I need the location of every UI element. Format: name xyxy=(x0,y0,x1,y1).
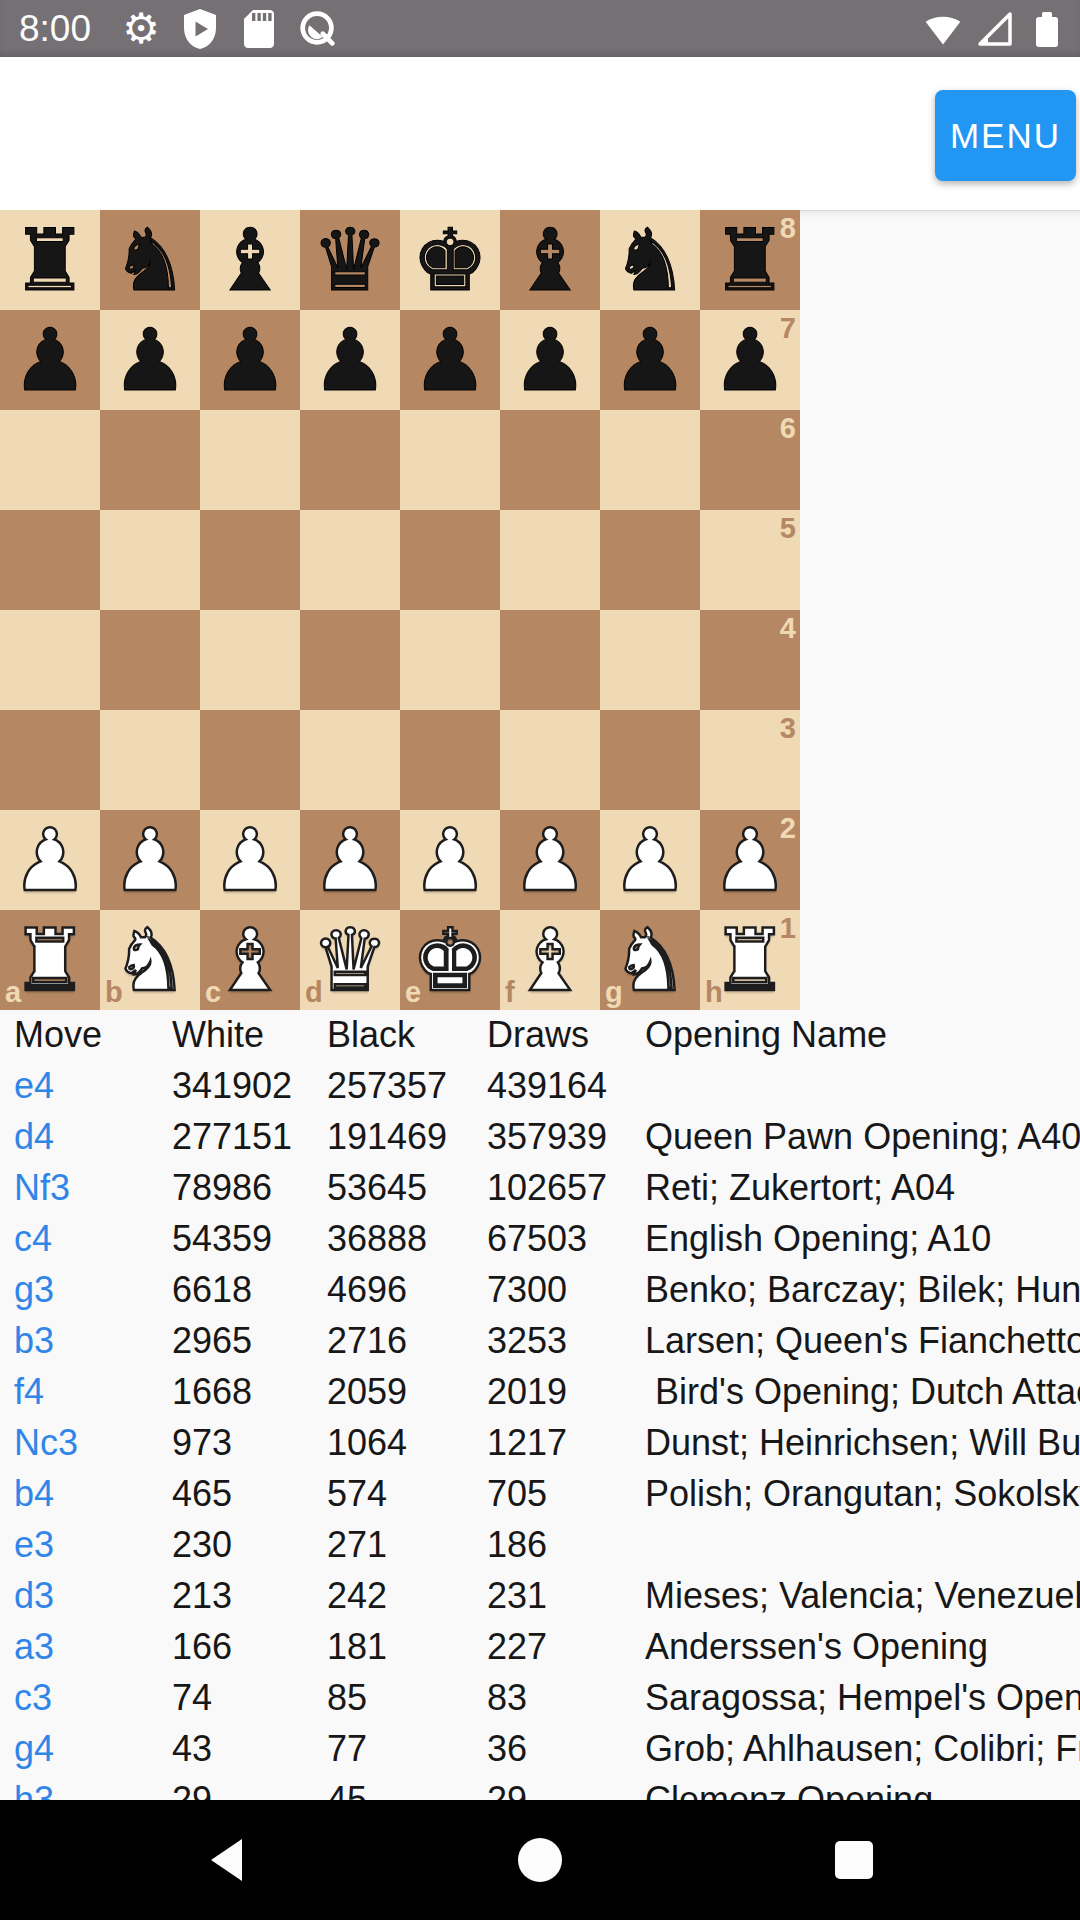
square-h8[interactable]: ♜8 xyxy=(700,210,800,310)
table-row: Nc397310641217Dunst; Heinrichsen; Will B… xyxy=(0,1417,1080,1468)
rank-label-6: 6 xyxy=(780,414,796,443)
file-label-h: h xyxy=(705,978,723,1007)
cellular-signal-icon xyxy=(974,7,1016,51)
square-b2[interactable]: ♟ xyxy=(100,810,200,910)
draws-cell: 1217 xyxy=(487,1422,645,1464)
opening-cell: Grob; Ahlhausen; Colibri; Fr xyxy=(645,1728,1080,1770)
piece-black-pawn: ♟ xyxy=(0,310,100,410)
table-row: b4465574705Polish; Orangutan; Sokolsky xyxy=(0,1468,1080,1519)
move-link-f4[interactable]: f4 xyxy=(14,1371,172,1413)
square-g5[interactable] xyxy=(600,510,700,610)
table-row: c3748583Saragossa; Hempel's Opening xyxy=(0,1672,1080,1723)
table-header-row: MoveWhiteBlackDrawsOpening Name xyxy=(0,1010,1080,1060)
draws-cell: 102657 xyxy=(487,1167,645,1209)
square-e5[interactable] xyxy=(400,510,500,610)
square-g2[interactable]: ♟ xyxy=(600,810,700,910)
square-b1[interactable]: ♞b xyxy=(100,910,200,1010)
column-header-move: Move xyxy=(14,1014,172,1056)
opening-cell: Anderssen's Opening xyxy=(645,1626,1080,1668)
move-link-g4[interactable]: g4 xyxy=(14,1728,172,1770)
piece-white-pawn: ♟ xyxy=(500,810,600,910)
square-d5[interactable] xyxy=(300,510,400,610)
draws-cell: 705 xyxy=(487,1473,645,1515)
column-header-white: White xyxy=(172,1014,327,1056)
square-e4[interactable] xyxy=(400,610,500,710)
square-a3[interactable] xyxy=(0,710,100,810)
opening-cell: Saragossa; Hempel's Opening xyxy=(645,1677,1080,1719)
white-cell: 78986 xyxy=(172,1167,327,1209)
recents-button[interactable] xyxy=(835,1841,873,1879)
square-g4[interactable] xyxy=(600,610,700,710)
opening-cell: English Opening; A10 xyxy=(645,1218,1080,1260)
draws-cell: 227 xyxy=(487,1626,645,1668)
piece-black-bishop: ♝ xyxy=(500,210,600,310)
square-d7[interactable]: ♟ xyxy=(300,310,400,410)
square-d1[interactable]: ♛d xyxy=(300,910,400,1010)
square-f1[interactable]: ♝f xyxy=(500,910,600,1010)
square-g1[interactable]: ♞g xyxy=(600,910,700,1010)
black-cell: 53645 xyxy=(327,1167,487,1209)
square-d4[interactable] xyxy=(300,610,400,710)
square-e1[interactable]: ♚e xyxy=(400,910,500,1010)
square-c4[interactable] xyxy=(200,610,300,710)
black-cell: 271 xyxy=(327,1524,487,1566)
table-row: a3166181227Anderssen's Opening xyxy=(0,1621,1080,1672)
black-cell: 2059 xyxy=(327,1371,487,1413)
opening-cell: Bird's Opening; Dutch Attack xyxy=(645,1371,1080,1413)
draws-cell: 2019 xyxy=(487,1371,645,1413)
white-cell: 54359 xyxy=(172,1218,327,1260)
file-label-b: b xyxy=(105,978,123,1007)
white-cell: 341902 xyxy=(172,1065,327,1107)
draws-cell: 36 xyxy=(487,1728,645,1770)
square-f6[interactable] xyxy=(500,410,600,510)
shield-play-icon xyxy=(179,7,221,51)
black-cell: 191469 xyxy=(327,1116,487,1158)
square-h3[interactable]: 3 xyxy=(700,710,800,810)
piece-black-pawn: ♟ xyxy=(300,310,400,410)
square-e7[interactable]: ♟ xyxy=(400,310,500,410)
menu-button[interactable]: MENU xyxy=(935,90,1076,181)
move-link-Nc3[interactable]: Nc3 xyxy=(14,1422,172,1464)
table-row: e4341902257357439164 xyxy=(0,1060,1080,1111)
square-f2[interactable]: ♟ xyxy=(500,810,600,910)
square-h6[interactable]: 6 xyxy=(700,410,800,510)
status-left-icons: ⚙ xyxy=(120,0,339,57)
piece-black-bishop: ♝ xyxy=(200,210,300,310)
opening-cell: Mieses; Valencia; Venezuela xyxy=(645,1575,1080,1617)
white-cell: 74 xyxy=(172,1677,327,1719)
black-cell: 36888 xyxy=(327,1218,487,1260)
black-cell: 257357 xyxy=(327,1065,487,1107)
square-b8[interactable]: ♞ xyxy=(100,210,200,310)
status-right-icons xyxy=(922,0,1068,57)
black-cell: 77 xyxy=(327,1728,487,1770)
square-f3[interactable] xyxy=(500,710,600,810)
square-d3[interactable] xyxy=(300,710,400,810)
column-header-opening-name: Opening Name xyxy=(645,1014,1080,1056)
square-g3[interactable] xyxy=(600,710,700,810)
opening-cell: Larsen; Queen's Fianchetto xyxy=(645,1320,1080,1362)
white-cell: 1668 xyxy=(172,1371,327,1413)
status-time: 8:00 xyxy=(19,0,91,57)
black-cell: 85 xyxy=(327,1677,487,1719)
opening-cell: Reti; Zukertort; A04 xyxy=(645,1167,1080,1209)
piece-white-pawn: ♟ xyxy=(200,810,300,910)
white-cell: 6618 xyxy=(172,1269,327,1311)
square-b3[interactable] xyxy=(100,710,200,810)
piece-black-pawn: ♟ xyxy=(500,310,600,410)
piece-black-knight: ♞ xyxy=(100,210,200,310)
table-row: e3230271186 xyxy=(0,1519,1080,1570)
table-row: d3213242231Mieses; Valencia; Venezuela xyxy=(0,1570,1080,1621)
piece-black-pawn: ♟ xyxy=(400,310,500,410)
column-header-black: Black xyxy=(327,1014,487,1056)
square-b5[interactable] xyxy=(100,510,200,610)
piece-black-pawn: ♟ xyxy=(600,310,700,410)
white-cell: 166 xyxy=(172,1626,327,1668)
square-a6[interactable] xyxy=(0,410,100,510)
file-label-e: e xyxy=(405,978,421,1007)
rank-label-4: 4 xyxy=(780,614,796,643)
table-row: Nf37898653645102657Reti; Zukertort; A04 xyxy=(0,1162,1080,1213)
white-cell: 277151 xyxy=(172,1116,327,1158)
table-row: g4437736Grob; Ahlhausen; Colibri; Fr xyxy=(0,1723,1080,1774)
piece-black-rook: ♜ xyxy=(0,210,100,310)
square-c8[interactable]: ♝ xyxy=(200,210,300,310)
table-body: e4341902257357439164d4277151191469357939… xyxy=(0,1060,1080,1825)
square-d2[interactable]: ♟ xyxy=(300,810,400,910)
draws-cell: 83 xyxy=(487,1677,645,1719)
table-row: d4277151191469357939Queen Pawn Opening; … xyxy=(0,1111,1080,1162)
draws-cell: 231 xyxy=(487,1575,645,1617)
square-b6[interactable] xyxy=(100,410,200,510)
piece-white-pawn: ♟ xyxy=(300,810,400,910)
square-h7[interactable]: ♟7 xyxy=(700,310,800,410)
app-bar: MENU xyxy=(0,57,1080,210)
square-h2[interactable]: ♟2 xyxy=(700,810,800,910)
white-cell: 2965 xyxy=(172,1320,327,1362)
opening-cell: Dunst; Heinrichsen; Will Bu xyxy=(645,1422,1080,1464)
square-c3[interactable] xyxy=(200,710,300,810)
status-bar: 8:00 ⚙ xyxy=(0,0,1080,57)
home-button[interactable] xyxy=(518,1838,562,1882)
move-link-e4[interactable]: e4 xyxy=(14,1065,172,1107)
draws-cell: 7300 xyxy=(487,1269,645,1311)
move-link-g3[interactable]: g3 xyxy=(14,1269,172,1311)
table-row: g3661846967300Benko; Barczay; Bilek; Hun… xyxy=(0,1264,1080,1315)
square-a4[interactable] xyxy=(0,610,100,710)
piece-white-pawn: ♟ xyxy=(600,810,700,910)
square-c7[interactable]: ♟ xyxy=(200,310,300,410)
opening-cell: Polish; Orangutan; Sokolsky xyxy=(645,1473,1080,1515)
rank-label-3: 3 xyxy=(780,714,796,743)
move-link-e3[interactable]: e3 xyxy=(14,1524,172,1566)
square-f8[interactable]: ♝ xyxy=(500,210,600,310)
piece-white-pawn: ♟ xyxy=(0,810,100,910)
piece-white-pawn: ♟ xyxy=(100,810,200,910)
white-cell: 43 xyxy=(172,1728,327,1770)
square-c5[interactable] xyxy=(200,510,300,610)
square-c2[interactable]: ♟ xyxy=(200,810,300,910)
square-a1[interactable]: ♜a xyxy=(0,910,100,1010)
piece-black-knight: ♞ xyxy=(600,210,700,310)
rank-label-2: 2 xyxy=(780,814,796,843)
chess-board: ♜♞♝♛♚♝♞♜8♟♟♟♟♟♟♟♟76543♟♟♟♟♟♟♟♟2♜a♞b♝c♛d♚… xyxy=(0,210,800,1010)
square-e8[interactable]: ♚ xyxy=(400,210,500,310)
file-label-c: c xyxy=(205,978,221,1007)
opening-cell: Queen Pawn Opening; A40 xyxy=(645,1116,1080,1158)
draws-cell: 439164 xyxy=(487,1065,645,1107)
openings-table: MoveWhiteBlackDrawsOpening Name e4341902… xyxy=(0,1010,1080,1825)
move-link-a3[interactable]: a3 xyxy=(14,1626,172,1668)
draws-cell: 186 xyxy=(487,1524,645,1566)
square-a8[interactable]: ♜ xyxy=(0,210,100,310)
square-b4[interactable] xyxy=(100,610,200,710)
column-header-draws: Draws xyxy=(487,1014,645,1056)
draws-cell: 3253 xyxy=(487,1320,645,1362)
file-label-f: f xyxy=(505,978,515,1007)
opening-cell: Benko; Barczay; Bilek; Hungarian xyxy=(645,1269,1080,1311)
square-g7[interactable]: ♟ xyxy=(600,310,700,410)
wifi-icon xyxy=(922,7,964,51)
table-row: c4543593688867503English Opening; A10 xyxy=(0,1213,1080,1264)
square-a7[interactable]: ♟ xyxy=(0,310,100,410)
black-cell: 2716 xyxy=(327,1320,487,1362)
nav-bar xyxy=(0,1800,1080,1920)
black-cell: 574 xyxy=(327,1473,487,1515)
black-cell: 242 xyxy=(327,1575,487,1617)
rank-label-5: 5 xyxy=(780,514,796,543)
back-button[interactable] xyxy=(211,1839,242,1881)
move-link-c3[interactable]: c3 xyxy=(14,1677,172,1719)
move-link-d3[interactable]: d3 xyxy=(14,1575,172,1617)
piece-black-pawn: ♟ xyxy=(100,310,200,410)
square-b7[interactable]: ♟ xyxy=(100,310,200,410)
square-h4[interactable]: 4 xyxy=(700,610,800,710)
sd-card-icon xyxy=(238,7,280,51)
table-row: b3296527163253Larsen; Queen's Fianchetto xyxy=(0,1315,1080,1366)
square-a2[interactable]: ♟ xyxy=(0,810,100,910)
square-c1[interactable]: ♝c xyxy=(200,910,300,1010)
move-link-Nf3[interactable]: Nf3 xyxy=(14,1167,172,1209)
black-cell: 4696 xyxy=(327,1269,487,1311)
move-link-b4[interactable]: b4 xyxy=(14,1473,172,1515)
square-d6[interactable] xyxy=(300,410,400,510)
file-label-d: d xyxy=(305,978,323,1007)
piece-black-king: ♚ xyxy=(400,210,500,310)
square-d8[interactable]: ♛ xyxy=(300,210,400,310)
square-a5[interactable] xyxy=(0,510,100,610)
draws-cell: 357939 xyxy=(487,1116,645,1158)
square-f4[interactable] xyxy=(500,610,600,710)
table-row: f4166820592019 Bird's Opening; Dutch Att… xyxy=(0,1366,1080,1417)
square-c6[interactable] xyxy=(200,410,300,510)
battery-icon xyxy=(1026,7,1068,51)
draws-cell: 67503 xyxy=(487,1218,645,1260)
white-cell: 973 xyxy=(172,1422,327,1464)
piece-white-bishop: ♝ xyxy=(500,910,600,1010)
square-h5[interactable]: 5 xyxy=(700,510,800,610)
square-g6[interactable] xyxy=(600,410,700,510)
app-bar-shadow xyxy=(798,210,1080,218)
black-cell: 1064 xyxy=(327,1422,487,1464)
file-label-g: g xyxy=(605,978,623,1007)
rank-label-7: 7 xyxy=(780,314,796,343)
settings-gear-icon: ⚙ xyxy=(120,7,162,51)
circle-slash-icon xyxy=(297,7,339,51)
rank-label-1: 1 xyxy=(780,914,796,943)
square-f5[interactable] xyxy=(500,510,600,610)
white-cell: 213 xyxy=(172,1575,327,1617)
square-e2[interactable]: ♟ xyxy=(400,810,500,910)
piece-black-queen: ♛ xyxy=(300,210,400,310)
white-cell: 230 xyxy=(172,1524,327,1566)
square-f7[interactable]: ♟ xyxy=(500,310,600,410)
black-cell: 181 xyxy=(327,1626,487,1668)
rank-label-8: 8 xyxy=(780,214,796,243)
move-link-b3[interactable]: b3 xyxy=(14,1320,172,1362)
file-label-a: a xyxy=(5,978,21,1007)
screen: 8:00 ⚙ xyxy=(0,0,1080,1920)
move-link-c4[interactable]: c4 xyxy=(14,1218,172,1260)
piece-black-pawn: ♟ xyxy=(200,310,300,410)
piece-white-pawn: ♟ xyxy=(400,810,500,910)
square-h1[interactable]: ♜1h xyxy=(700,910,800,1010)
square-e3[interactable] xyxy=(400,710,500,810)
square-g8[interactable]: ♞ xyxy=(600,210,700,310)
square-e6[interactable] xyxy=(400,410,500,510)
move-link-d4[interactable]: d4 xyxy=(14,1116,172,1158)
white-cell: 465 xyxy=(172,1473,327,1515)
